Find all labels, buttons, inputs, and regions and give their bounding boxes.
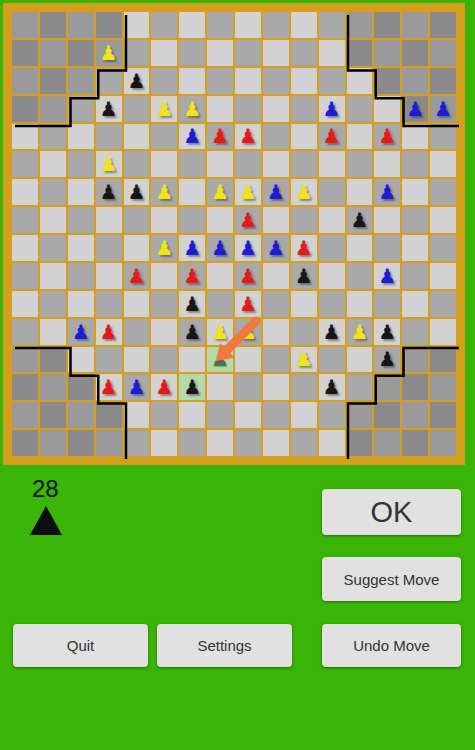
cell-15-6[interactable] [430, 179, 456, 205]
cell-5-10[interactable] [151, 291, 177, 317]
cell-10-14[interactable] [291, 402, 317, 428]
cell-7-14[interactable] [207, 402, 233, 428]
cell-15-4[interactable] [430, 124, 456, 150]
cell-0-8[interactable] [12, 235, 38, 261]
cell-1-7[interactable] [40, 207, 66, 233]
cell-7-2[interactable] [207, 68, 233, 94]
cell-13-11[interactable]: ♟ [374, 319, 400, 345]
cell-12-12[interactable] [347, 347, 373, 373]
cell-4-7[interactable] [124, 207, 150, 233]
cell-7-4[interactable]: ♟ [207, 124, 233, 150]
cell-0-7[interactable] [12, 207, 38, 233]
cell-0-5[interactable] [12, 151, 38, 177]
cell-3-2[interactable] [96, 68, 122, 94]
cell-3-6[interactable]: ♟ [96, 179, 122, 205]
cell-2-14[interactable] [68, 402, 94, 428]
cell-10-1[interactable] [291, 40, 317, 66]
cell-5-2[interactable] [151, 68, 177, 94]
cell-11-8[interactable] [319, 235, 345, 261]
cell-15-11[interactable] [430, 319, 456, 345]
cell-10-9[interactable]: ♟ [291, 263, 317, 289]
cell-9-15[interactable] [263, 430, 289, 456]
pawn-yellow-6-3[interactable]: ♟ [183, 99, 201, 119]
cell-3-1[interactable]: ♟ [96, 40, 122, 66]
cell-14-8[interactable] [402, 235, 428, 261]
cell-3-7[interactable] [96, 207, 122, 233]
cell-3-4[interactable] [96, 124, 122, 150]
cell-14-5[interactable] [402, 151, 428, 177]
cell-12-2[interactable] [347, 68, 373, 94]
cell-7-13[interactable] [207, 374, 233, 400]
cell-0-15[interactable] [12, 430, 38, 456]
cell-2-7[interactable] [68, 207, 94, 233]
cell-9-6[interactable]: ♟ [263, 179, 289, 205]
cell-7-6[interactable]: ♟ [207, 179, 233, 205]
cell-2-5[interactable] [68, 151, 94, 177]
cell-2-13[interactable] [68, 374, 94, 400]
pawn-blue-9-6[interactable]: ♟ [267, 182, 285, 202]
cell-7-5[interactable] [207, 151, 233, 177]
pawn-red-7-4[interactable]: ♟ [211, 126, 229, 146]
cell-11-2[interactable] [319, 68, 345, 94]
pawn-blue-7-8[interactable]: ♟ [211, 238, 229, 258]
cell-6-15[interactable] [179, 430, 205, 456]
cell-10-8[interactable]: ♟ [291, 235, 317, 261]
pawn-black-4-2[interactable]: ♟ [127, 71, 145, 91]
cell-11-10[interactable] [319, 291, 345, 317]
cell-12-14[interactable] [347, 402, 373, 428]
cell-9-5[interactable] [263, 151, 289, 177]
cell-7-12[interactable]: ♟ [207, 347, 233, 373]
cell-3-14[interactable] [96, 402, 122, 428]
cell-1-4[interactable] [40, 124, 66, 150]
pawn-yellow-3-5[interactable]: ♟ [100, 154, 118, 174]
cell-13-14[interactable] [374, 402, 400, 428]
cell-14-4[interactable] [402, 124, 428, 150]
pawn-black-4-6[interactable]: ♟ [127, 182, 145, 202]
cell-5-7[interactable] [151, 207, 177, 233]
cell-9-8[interactable]: ♟ [263, 235, 289, 261]
cell-10-4[interactable] [291, 124, 317, 150]
pawn-red-13-4[interactable]: ♟ [378, 126, 396, 146]
cell-7-9[interactable] [207, 263, 233, 289]
cell-8-1[interactable] [235, 40, 261, 66]
cell-14-15[interactable] [402, 430, 428, 456]
cell-13-7[interactable] [374, 207, 400, 233]
cell-4-8[interactable] [124, 235, 150, 261]
cell-15-15[interactable] [430, 430, 456, 456]
cell-15-13[interactable] [430, 374, 456, 400]
cell-1-12[interactable] [40, 347, 66, 373]
cell-5-5[interactable] [151, 151, 177, 177]
cell-11-11[interactable]: ♟ [319, 319, 345, 345]
pawn-yellow-7-11[interactable]: ♟ [211, 322, 229, 342]
pawn-yellow-5-6[interactable]: ♟ [155, 182, 173, 202]
cell-8-3[interactable] [235, 96, 261, 122]
pawn-yellow-8-6[interactable]: ♟ [239, 182, 257, 202]
cell-4-3[interactable] [124, 96, 150, 122]
pawn-blue-13-9[interactable]: ♟ [378, 266, 396, 286]
cell-14-10[interactable] [402, 291, 428, 317]
cell-3-5[interactable]: ♟ [96, 151, 122, 177]
cell-1-6[interactable] [40, 179, 66, 205]
cell-5-9[interactable] [151, 263, 177, 289]
cell-1-8[interactable] [40, 235, 66, 261]
cell-5-6[interactable]: ♟ [151, 179, 177, 205]
cell-12-6[interactable] [347, 179, 373, 205]
cell-3-8[interactable] [96, 235, 122, 261]
cell-9-14[interactable] [263, 402, 289, 428]
quit-button[interactable]: Quit [13, 624, 148, 667]
pawn-red-4-9[interactable]: ♟ [127, 266, 145, 286]
cell-8-2[interactable] [235, 68, 261, 94]
cell-4-6[interactable]: ♟ [124, 179, 150, 205]
cell-4-1[interactable] [124, 40, 150, 66]
pawn-blue-4-13[interactable]: ♟ [127, 377, 145, 397]
cell-3-11[interactable]: ♟ [96, 319, 122, 345]
cell-2-2[interactable] [68, 68, 94, 94]
cell-0-1[interactable] [12, 40, 38, 66]
cell-12-15[interactable] [347, 430, 373, 456]
pawn-blue-9-8[interactable]: ♟ [267, 238, 285, 258]
pawn-black-11-13[interactable]: ♟ [323, 377, 341, 397]
cell-3-3[interactable]: ♟ [96, 96, 122, 122]
pawn-black-12-7[interactable]: ♟ [350, 210, 368, 230]
cell-10-15[interactable] [291, 430, 317, 456]
cell-10-7[interactable] [291, 207, 317, 233]
pawn-blue-6-4[interactable]: ♟ [183, 126, 201, 146]
cell-10-11[interactable] [291, 319, 317, 345]
cell-0-0[interactable] [12, 12, 38, 38]
cell-0-11[interactable] [12, 319, 38, 345]
cell-5-3[interactable]: ♟ [151, 96, 177, 122]
cell-15-1[interactable] [430, 40, 456, 66]
cell-11-14[interactable] [319, 402, 345, 428]
cell-0-13[interactable] [12, 374, 38, 400]
cell-0-10[interactable] [12, 291, 38, 317]
pawn-red-8-10[interactable]: ♟ [239, 294, 257, 314]
cell-10-10[interactable] [291, 291, 317, 317]
cell-12-7[interactable]: ♟ [347, 207, 373, 233]
cell-4-15[interactable] [124, 430, 150, 456]
cell-10-5[interactable] [291, 151, 317, 177]
cell-1-5[interactable] [40, 151, 66, 177]
cell-0-6[interactable] [12, 179, 38, 205]
cell-10-0[interactable] [291, 12, 317, 38]
cell-12-13[interactable] [347, 374, 373, 400]
cell-5-1[interactable] [151, 40, 177, 66]
cell-4-4[interactable] [124, 124, 150, 150]
cell-6-12[interactable] [179, 347, 205, 373]
cell-13-9[interactable]: ♟ [374, 263, 400, 289]
pawn-yellow-3-1[interactable]: ♟ [100, 43, 118, 63]
cell-9-0[interactable] [263, 12, 289, 38]
cell-0-2[interactable] [12, 68, 38, 94]
cell-10-12[interactable]: ♟ [291, 347, 317, 373]
cell-11-15[interactable] [319, 430, 345, 456]
cell-6-3[interactable]: ♟ [179, 96, 205, 122]
cell-6-11[interactable]: ♟ [179, 319, 205, 345]
cell-15-5[interactable] [430, 151, 456, 177]
cell-12-1[interactable] [347, 40, 373, 66]
pawn-black-13-12[interactable]: ♟ [378, 349, 396, 369]
cell-15-10[interactable] [430, 291, 456, 317]
cell-6-8[interactable]: ♟ [179, 235, 205, 261]
cell-1-9[interactable] [40, 263, 66, 289]
pawn-yellow-5-8[interactable]: ♟ [155, 238, 173, 258]
cell-15-0[interactable] [430, 12, 456, 38]
cell-9-1[interactable] [263, 40, 289, 66]
pawn-black-10-9[interactable]: ♟ [295, 266, 313, 286]
cell-13-3[interactable] [374, 96, 400, 122]
cell-12-10[interactable] [347, 291, 373, 317]
cell-5-13[interactable]: ♟ [151, 374, 177, 400]
cell-7-15[interactable] [207, 430, 233, 456]
cell-3-15[interactable] [96, 430, 122, 456]
cell-15-14[interactable] [430, 402, 456, 428]
cell-2-0[interactable] [68, 12, 94, 38]
cell-5-14[interactable] [151, 402, 177, 428]
cell-8-15[interactable] [235, 430, 261, 456]
cell-12-11[interactable]: ♟ [347, 319, 373, 345]
cell-1-2[interactable] [40, 68, 66, 94]
cell-12-8[interactable] [347, 235, 373, 261]
cell-8-0[interactable] [235, 12, 261, 38]
cell-4-13[interactable]: ♟ [124, 374, 150, 400]
cell-4-12[interactable] [124, 347, 150, 373]
pawn-blue-6-8[interactable]: ♟ [183, 238, 201, 258]
cell-0-9[interactable] [12, 263, 38, 289]
pawn-red-11-4[interactable]: ♟ [323, 126, 341, 146]
cell-8-9[interactable]: ♟ [235, 263, 261, 289]
cell-4-10[interactable] [124, 291, 150, 317]
cell-15-8[interactable] [430, 235, 456, 261]
cell-3-12[interactable] [96, 347, 122, 373]
cell-1-15[interactable] [40, 430, 66, 456]
cell-6-9[interactable]: ♟ [179, 263, 205, 289]
pawn-red-8-9[interactable]: ♟ [239, 266, 257, 286]
cell-12-9[interactable] [347, 263, 373, 289]
cell-9-12[interactable] [263, 347, 289, 373]
pawn-black-3-3[interactable]: ♟ [100, 99, 118, 119]
pawn-red-3-11[interactable]: ♟ [100, 322, 118, 342]
cell-1-14[interactable] [40, 402, 66, 428]
cell-11-7[interactable] [319, 207, 345, 233]
cell-3-10[interactable] [96, 291, 122, 317]
cell-2-6[interactable] [68, 179, 94, 205]
cell-7-0[interactable] [207, 12, 233, 38]
cell-13-15[interactable] [374, 430, 400, 456]
cell-9-10[interactable] [263, 291, 289, 317]
cell-10-6[interactable]: ♟ [291, 179, 317, 205]
cell-12-5[interactable] [347, 151, 373, 177]
cell-14-2[interactable] [402, 68, 428, 94]
pawn-black-6-13[interactable]: ♟ [183, 377, 201, 397]
cell-6-14[interactable] [179, 402, 205, 428]
cell-12-0[interactable] [347, 12, 373, 38]
cell-5-12[interactable] [151, 347, 177, 373]
cell-2-4[interactable] [68, 124, 94, 150]
cell-6-0[interactable] [179, 12, 205, 38]
cell-7-7[interactable] [207, 207, 233, 233]
pawn-black-6-11[interactable]: ♟ [183, 322, 201, 342]
cell-4-2[interactable]: ♟ [124, 68, 150, 94]
cell-1-11[interactable] [40, 319, 66, 345]
pawn-yellow-10-12[interactable]: ♟ [295, 349, 313, 369]
cell-1-3[interactable] [40, 96, 66, 122]
cell-11-3[interactable]: ♟ [319, 96, 345, 122]
pawn-black-13-11[interactable]: ♟ [378, 322, 396, 342]
cell-3-0[interactable] [96, 12, 122, 38]
cell-15-3[interactable]: ♟ [430, 96, 456, 122]
cell-2-15[interactable] [68, 430, 94, 456]
cell-8-8[interactable]: ♟ [235, 235, 261, 261]
cell-11-9[interactable] [319, 263, 345, 289]
cell-5-15[interactable] [151, 430, 177, 456]
cell-10-3[interactable] [291, 96, 317, 122]
cell-13-10[interactable] [374, 291, 400, 317]
cell-8-12[interactable] [235, 347, 261, 373]
cell-6-13[interactable]: ♟ [179, 374, 205, 400]
cell-5-4[interactable] [151, 124, 177, 150]
cell-13-8[interactable] [374, 235, 400, 261]
cell-7-10[interactable] [207, 291, 233, 317]
suggest-move-button[interactable]: Suggest Move [322, 557, 461, 601]
ok-button[interactable]: OK [322, 489, 461, 535]
cell-15-9[interactable] [430, 263, 456, 289]
cell-9-2[interactable] [263, 68, 289, 94]
cell-13-0[interactable] [374, 12, 400, 38]
pawn-blue-14-3[interactable]: ♟ [406, 99, 424, 119]
cell-7-3[interactable] [207, 96, 233, 122]
cell-14-11[interactable] [402, 319, 428, 345]
cell-14-3[interactable]: ♟ [402, 96, 428, 122]
cell-14-0[interactable] [402, 12, 428, 38]
pawn-yellow-7-6[interactable]: ♟ [211, 182, 229, 202]
cell-6-7[interactable] [179, 207, 205, 233]
pawn-black-11-11[interactable]: ♟ [323, 322, 341, 342]
cell-9-9[interactable] [263, 263, 289, 289]
pawn-blue-15-3[interactable]: ♟ [434, 99, 452, 119]
cell-8-13[interactable] [235, 374, 261, 400]
cell-2-9[interactable] [68, 263, 94, 289]
cell-4-11[interactable] [124, 319, 150, 345]
cell-11-6[interactable] [319, 179, 345, 205]
cell-14-9[interactable] [402, 263, 428, 289]
cell-8-14[interactable] [235, 402, 261, 428]
cell-14-7[interactable] [402, 207, 428, 233]
cell-13-1[interactable] [374, 40, 400, 66]
cell-0-12[interactable] [12, 347, 38, 373]
pawn-black-6-10[interactable]: ♟ [183, 294, 201, 314]
cell-2-1[interactable] [68, 40, 94, 66]
cell-8-5[interactable] [235, 151, 261, 177]
cell-1-10[interactable] [40, 291, 66, 317]
pawn-blue-8-8[interactable]: ♟ [239, 238, 257, 258]
cell-0-14[interactable] [12, 402, 38, 428]
cell-13-12[interactable]: ♟ [374, 347, 400, 373]
cell-6-2[interactable] [179, 68, 205, 94]
pawn-yellow-10-6[interactable]: ♟ [295, 182, 313, 202]
cell-14-13[interactable] [402, 374, 428, 400]
pawn-red-10-8[interactable]: ♟ [295, 238, 313, 258]
cell-11-5[interactable] [319, 151, 345, 177]
cell-8-4[interactable]: ♟ [235, 124, 261, 150]
cell-4-0[interactable] [124, 12, 150, 38]
cell-15-2[interactable] [430, 68, 456, 94]
cell-14-1[interactable] [402, 40, 428, 66]
cell-2-8[interactable] [68, 235, 94, 261]
cell-6-10[interactable]: ♟ [179, 291, 205, 317]
pawn-yellow-8-11[interactable]: ♟ [239, 322, 257, 342]
pawn-red-3-13[interactable]: ♟ [100, 377, 118, 397]
pawn-yellow-12-11[interactable]: ♟ [350, 322, 368, 342]
cell-7-8[interactable]: ♟ [207, 235, 233, 261]
pawn-blue-11-3[interactable]: ♟ [323, 99, 341, 119]
cell-8-11[interactable]: ♟ [235, 319, 261, 345]
cell-9-3[interactable] [263, 96, 289, 122]
cell-6-4[interactable]: ♟ [179, 124, 205, 150]
pawn-red-6-9[interactable]: ♟ [183, 266, 201, 286]
cell-6-1[interactable] [179, 40, 205, 66]
cell-9-4[interactable] [263, 124, 289, 150]
cell-6-6[interactable] [179, 179, 205, 205]
cell-13-6[interactable]: ♟ [374, 179, 400, 205]
pawn-red-8-4[interactable]: ♟ [239, 126, 257, 146]
cell-2-10[interactable] [68, 291, 94, 317]
settings-button[interactable]: Settings [157, 624, 292, 667]
cell-11-4[interactable]: ♟ [319, 124, 345, 150]
cell-12-3[interactable] [347, 96, 373, 122]
cell-4-9[interactable]: ♟ [124, 263, 150, 289]
cell-11-12[interactable] [319, 347, 345, 373]
cell-2-11[interactable]: ♟ [68, 319, 94, 345]
cell-10-13[interactable] [291, 374, 317, 400]
cell-8-10[interactable]: ♟ [235, 291, 261, 317]
cell-4-5[interactable] [124, 151, 150, 177]
pawn-black-3-6[interactable]: ♟ [100, 182, 118, 202]
cell-14-14[interactable] [402, 402, 428, 428]
cell-11-13[interactable]: ♟ [319, 374, 345, 400]
cell-8-7[interactable]: ♟ [235, 207, 261, 233]
cell-12-4[interactable] [347, 124, 373, 150]
pawn-red-8-7[interactable]: ♟ [239, 210, 257, 230]
cell-3-13[interactable]: ♟ [96, 374, 122, 400]
cell-1-0[interactable] [40, 12, 66, 38]
cell-9-7[interactable] [263, 207, 289, 233]
cell-13-4[interactable]: ♟ [374, 124, 400, 150]
cell-5-0[interactable] [151, 12, 177, 38]
cell-14-12[interactable] [402, 347, 428, 373]
cell-0-3[interactable] [12, 96, 38, 122]
cell-0-4[interactable] [12, 124, 38, 150]
cell-5-8[interactable]: ♟ [151, 235, 177, 261]
cell-2-3[interactable] [68, 96, 94, 122]
cell-7-1[interactable] [207, 40, 233, 66]
cell-3-9[interactable] [96, 263, 122, 289]
undo-move-button[interactable]: Undo Move [322, 624, 461, 667]
cell-9-11[interactable] [263, 319, 289, 345]
pawn-red-5-13[interactable]: ♟ [155, 377, 173, 397]
cell-13-2[interactable] [374, 68, 400, 94]
cell-1-13[interactable] [40, 374, 66, 400]
cell-8-6[interactable]: ♟ [235, 179, 261, 205]
cell-9-13[interactable] [263, 374, 289, 400]
cell-15-7[interactable] [430, 207, 456, 233]
cell-14-6[interactable] [402, 179, 428, 205]
cell-6-5[interactable] [179, 151, 205, 177]
cell-13-13[interactable] [374, 374, 400, 400]
